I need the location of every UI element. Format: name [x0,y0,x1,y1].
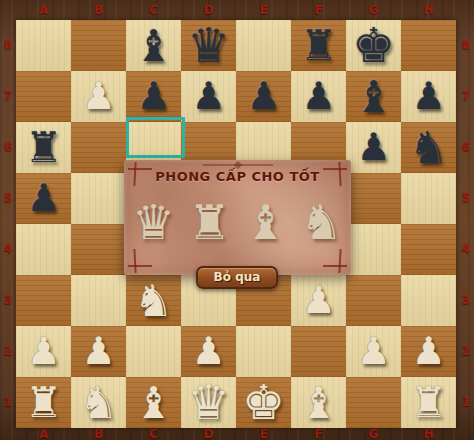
white-pawn-a2[interactable]: ♟ [26,326,60,377]
square-g1[interactable] [346,377,401,428]
square-a6[interactable]: ♜ [16,122,71,173]
rank-label-3: 3 [0,275,16,326]
square-e2[interactable] [236,326,291,377]
square-b2[interactable]: ♟ [71,326,126,377]
rank-label-4: 4 [458,224,474,275]
square-g7[interactable]: ♝ [346,71,401,122]
rank-label-6: 6 [0,122,16,173]
black-bishop-g7[interactable]: ♝ [354,71,393,122]
promotion-dialog: PHONG CẤP CHO TỐT ♛♜♝♞ [124,160,351,275]
skip-button[interactable]: Bỏ qua [196,266,278,289]
square-a5[interactable]: ♟ [16,173,71,224]
square-h8[interactable] [401,20,456,71]
square-g3[interactable] [346,275,401,326]
square-c8[interactable]: ♝ [126,20,181,71]
square-g2[interactable]: ♟ [346,326,401,377]
black-rook-a6[interactable]: ♜ [25,122,63,173]
black-pawn-e7[interactable]: ♟ [246,71,280,122]
promotion-option-bishop[interactable]: ♝ [244,194,287,250]
square-b3[interactable] [71,275,126,326]
file-label-c: C [126,428,181,440]
square-c3[interactable]: ♞ [126,275,181,326]
square-f3[interactable]: ♟ [291,275,346,326]
rank-label-6: 6 [458,122,474,173]
square-f2[interactable] [291,326,346,377]
white-pawn-f3[interactable]: ♟ [301,275,335,326]
white-knight-c3[interactable]: ♞ [134,275,173,326]
square-f1[interactable]: ♝ [291,377,346,428]
square-c7[interactable]: ♟ [126,71,181,122]
promotion-option-knight[interactable]: ♞ [300,194,343,250]
black-king-g8[interactable]: ♚ [352,20,395,71]
square-b8[interactable] [71,20,126,71]
white-bishop-f1[interactable]: ♝ [299,377,338,428]
file-label-h: H [401,428,456,440]
square-g8[interactable]: ♚ [346,20,401,71]
square-e1[interactable]: ♚ [236,377,291,428]
white-knight-b1[interactable]: ♞ [79,377,118,428]
square-f8[interactable]: ♜ [291,20,346,71]
black-knight-h6[interactable]: ♞ [409,122,448,173]
selected-square-highlight-c6 [126,117,185,158]
black-pawn-h7[interactable]: ♟ [411,71,445,122]
black-pawn-g6[interactable]: ♟ [356,122,390,173]
promotion-option-rook[interactable]: ♜ [188,194,231,250]
black-bishop-c8[interactable]: ♝ [134,20,173,71]
square-h2[interactable]: ♟ [401,326,456,377]
square-e8[interactable] [236,20,291,71]
square-d1[interactable]: ♛ [181,377,236,428]
square-f7[interactable]: ♟ [291,71,346,122]
rank-label-1: 1 [458,377,474,428]
square-d2[interactable]: ♟ [181,326,236,377]
square-e7[interactable]: ♟ [236,71,291,122]
black-queen-d8[interactable]: ♛ [187,20,230,71]
white-queen-d1[interactable]: ♛ [187,377,230,428]
square-a4[interactable] [16,224,71,275]
file-labels-bottom: ABCDEFGH [16,428,456,440]
square-a7[interactable] [16,71,71,122]
black-pawn-f7[interactable]: ♟ [301,71,335,122]
file-label-b: B [71,0,126,20]
white-pawn-g2[interactable]: ♟ [356,326,390,377]
rank-label-4: 4 [0,224,16,275]
rank-label-7: 7 [0,71,16,122]
rank-label-7: 7 [458,71,474,122]
file-label-h: H [401,0,456,20]
square-b6[interactable] [71,122,126,173]
white-king-e1[interactable]: ♚ [242,377,285,428]
rank-label-8: 8 [0,20,16,71]
square-h5[interactable] [401,173,456,224]
square-g6[interactable]: ♟ [346,122,401,173]
square-h3[interactable] [401,275,456,326]
square-a3[interactable] [16,275,71,326]
dialog-corner-mark [317,243,347,273]
white-rook-a1[interactable]: ♜ [25,377,63,428]
dialog-top-ornament [203,164,273,166]
rank-label-2: 2 [0,326,16,377]
file-label-f: F [291,428,346,440]
promotion-option-queen[interactable]: ♛ [132,194,175,250]
square-h6[interactable]: ♞ [401,122,456,173]
rank-labels-right: 87654321 [458,20,474,428]
rank-labels-left: 87654321 [0,20,16,428]
file-label-c: C [126,0,181,20]
square-h4[interactable] [401,224,456,275]
square-b1[interactable]: ♞ [71,377,126,428]
square-g5[interactable] [346,173,401,224]
square-g4[interactable] [346,224,401,275]
dialog-corner-mark [128,162,158,192]
file-label-a: A [16,428,71,440]
black-pawn-d7[interactable]: ♟ [191,71,225,122]
chess-app-window: ABCDEFGH ABCDEFGH 87654321 87654321 ♝♛♜♚… [0,0,474,440]
square-d8[interactable]: ♛ [181,20,236,71]
file-label-g: G [346,428,401,440]
square-a1[interactable]: ♜ [16,377,71,428]
white-rook-h1[interactable]: ♜ [410,377,448,428]
file-label-b: B [71,428,126,440]
square-c1[interactable]: ♝ [126,377,181,428]
square-b5[interactable] [71,173,126,224]
rank-label-2: 2 [458,326,474,377]
white-bishop-c1[interactable]: ♝ [134,377,173,428]
file-label-e: E [236,0,291,20]
square-d7[interactable]: ♟ [181,71,236,122]
white-pawn-b2[interactable]: ♟ [81,326,115,377]
black-pawn-a5[interactable]: ♟ [26,173,60,224]
square-a8[interactable] [16,20,71,71]
white-pawn-h2[interactable]: ♟ [411,326,445,377]
square-a2[interactable]: ♟ [16,326,71,377]
square-c2[interactable] [126,326,181,377]
rank-label-5: 5 [458,173,474,224]
black-rook-f8[interactable]: ♜ [300,20,338,71]
square-h1[interactable]: ♜ [401,377,456,428]
white-pawn-b7[interactable]: ♟ [81,71,115,122]
black-pawn-c7[interactable]: ♟ [136,71,170,122]
dialog-corner-mark [317,162,347,192]
rank-label-1: 1 [0,377,16,428]
square-b7[interactable]: ♟ [71,71,126,122]
dialog-corner-mark [128,243,158,273]
rank-label-8: 8 [458,20,474,71]
white-pawn-d2[interactable]: ♟ [191,326,225,377]
rank-label-5: 5 [0,173,16,224]
square-h7[interactable]: ♟ [401,71,456,122]
file-label-a: A [16,0,71,20]
file-label-f: F [291,0,346,20]
promotion-options-row: ♛♜♝♞ [124,194,351,250]
square-b4[interactable] [71,224,126,275]
rank-label-3: 3 [458,275,474,326]
